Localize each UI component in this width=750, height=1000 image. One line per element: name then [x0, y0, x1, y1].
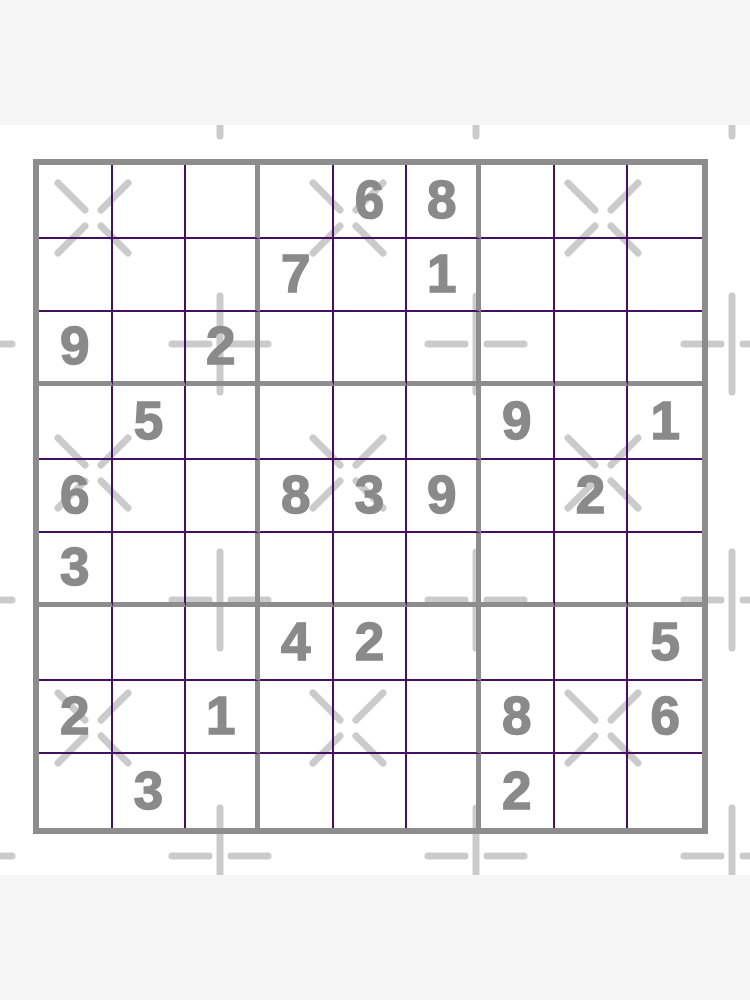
cell-r8c6[interactable]	[407, 681, 481, 755]
cell-r3c9[interactable]	[628, 312, 702, 386]
given-digit-r5c6[interactable]: 9	[407, 460, 481, 534]
given-digit-r8c1[interactable]: 2	[39, 681, 113, 755]
cell-r7c8[interactable]	[555, 607, 629, 681]
given-digit-r4c2[interactable]: 5	[113, 386, 187, 460]
cell-r9c4[interactable]	[260, 754, 334, 828]
cell-r8c2[interactable]	[113, 681, 187, 755]
cell-r2c3[interactable]	[186, 239, 260, 313]
cell-r4c1[interactable]	[39, 386, 113, 460]
cell-r5c9[interactable]	[628, 460, 702, 534]
given-digit-r9c7[interactable]: 2	[481, 754, 555, 828]
cell-r6c9[interactable]	[628, 533, 702, 607]
given-digit-r7c4[interactable]: 4	[260, 607, 334, 681]
cell-r6c8[interactable]	[555, 533, 629, 607]
given-digit-r2c6[interactable]: 1	[407, 239, 481, 313]
cell-r6c4[interactable]	[260, 533, 334, 607]
cell-r4c4[interactable]	[260, 386, 334, 460]
cell-r3c5[interactable]	[334, 312, 408, 386]
cell-r4c3[interactable]	[186, 386, 260, 460]
given-digit-r1c6[interactable]: 8	[407, 165, 481, 239]
given-digit-r5c4[interactable]: 8	[260, 460, 334, 534]
cell-r7c6[interactable]	[407, 607, 481, 681]
cell-r3c8[interactable]	[555, 312, 629, 386]
cell-r5c7[interactable]	[481, 460, 555, 534]
cell-r7c1[interactable]	[39, 607, 113, 681]
cell-r7c7[interactable]	[481, 607, 555, 681]
cell-r2c5[interactable]	[334, 239, 408, 313]
cell-r2c2[interactable]	[113, 239, 187, 313]
given-digit-r1c5[interactable]: 6	[334, 165, 408, 239]
cell-r3c6[interactable]	[407, 312, 481, 386]
cell-r1c7[interactable]	[481, 165, 555, 239]
cell-r4c6[interactable]	[407, 386, 481, 460]
cell-r1c2[interactable]	[113, 165, 187, 239]
cell-r1c8[interactable]	[555, 165, 629, 239]
cell-r7c3[interactable]	[186, 607, 260, 681]
cell-r6c3[interactable]	[186, 533, 260, 607]
background-band-top	[0, 0, 750, 125]
cell-r9c5[interactable]	[334, 754, 408, 828]
given-digit-r5c5[interactable]: 3	[334, 460, 408, 534]
given-digit-r3c1[interactable]: 9	[39, 312, 113, 386]
cell-r5c3[interactable]	[186, 460, 260, 534]
cell-r7c2[interactable]	[113, 607, 187, 681]
cell-r6c5[interactable]	[334, 533, 408, 607]
cell-r2c9[interactable]	[628, 239, 702, 313]
cell-r6c6[interactable]	[407, 533, 481, 607]
given-digit-r9c2[interactable]: 3	[113, 754, 187, 828]
cell-r5c2[interactable]	[113, 460, 187, 534]
cell-r1c1[interactable]	[39, 165, 113, 239]
given-digit-r6c1[interactable]: 3	[39, 533, 113, 607]
given-digit-r3c3[interactable]: 2	[186, 312, 260, 386]
cell-r2c8[interactable]	[555, 239, 629, 313]
product-canvas: 687192591683923425218632	[0, 125, 750, 875]
cell-r6c7[interactable]	[481, 533, 555, 607]
cell-r9c6[interactable]	[407, 754, 481, 828]
cell-r8c4[interactable]	[260, 681, 334, 755]
cell-r3c7[interactable]	[481, 312, 555, 386]
given-digit-r4c7[interactable]: 9	[481, 386, 555, 460]
page: 687192591683923425218632	[0, 0, 750, 1000]
cell-r1c9[interactable]	[628, 165, 702, 239]
cell-r6c2[interactable]	[113, 533, 187, 607]
sudoku-board: 687192591683923425218632	[33, 159, 708, 834]
given-digit-r7c5[interactable]: 2	[334, 607, 408, 681]
given-digit-r5c8[interactable]: 2	[555, 460, 629, 534]
cell-r3c2[interactable]	[113, 312, 187, 386]
cell-r4c5[interactable]	[334, 386, 408, 460]
background-band-bottom	[0, 875, 750, 1000]
given-digit-r4c9[interactable]: 1	[628, 386, 702, 460]
given-digit-r5c1[interactable]: 6	[39, 460, 113, 534]
cell-r9c1[interactable]	[39, 754, 113, 828]
cell-r4c8[interactable]	[555, 386, 629, 460]
given-digit-r7c9[interactable]: 5	[628, 607, 702, 681]
given-digit-r2c4[interactable]: 7	[260, 239, 334, 313]
cell-r9c9[interactable]	[628, 754, 702, 828]
cell-r9c8[interactable]	[555, 754, 629, 828]
given-digit-r8c7[interactable]: 8	[481, 681, 555, 755]
cell-r1c3[interactable]	[186, 165, 260, 239]
cell-r9c3[interactable]	[186, 754, 260, 828]
cell-r8c8[interactable]	[555, 681, 629, 755]
cell-r3c4[interactable]	[260, 312, 334, 386]
cell-r1c4[interactable]	[260, 165, 334, 239]
cell-r8c5[interactable]	[334, 681, 408, 755]
cell-r2c7[interactable]	[481, 239, 555, 313]
cell-r2c1[interactable]	[39, 239, 113, 313]
given-digit-r8c9[interactable]: 6	[628, 681, 702, 755]
given-digit-r8c3[interactable]: 1	[186, 681, 260, 755]
